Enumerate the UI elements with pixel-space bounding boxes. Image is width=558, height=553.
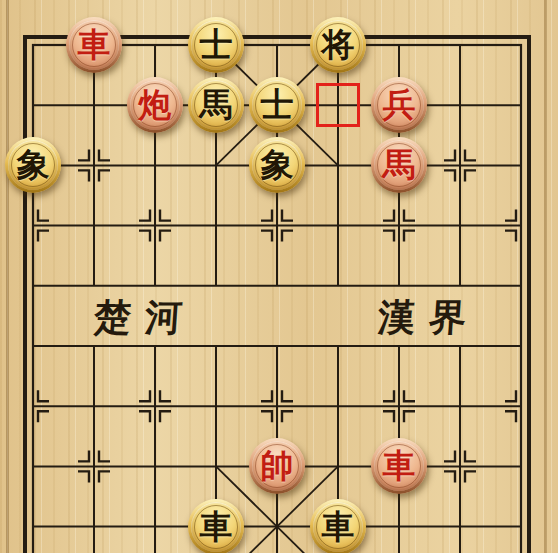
chariot-glyph: 車 bbox=[322, 510, 355, 544]
xiangqi-app: 楚河 漢界 車士将炮馬士兵象象馬帥車車車 bbox=[0, 0, 558, 553]
general-glyph: 帥 bbox=[261, 449, 294, 483]
chariot-glyph: 車 bbox=[78, 28, 111, 62]
horse-glyph: 馬 bbox=[200, 88, 233, 122]
piece-red-cannon[interactable]: 炮 bbox=[127, 77, 183, 133]
piece-red-chariot[interactable]: 車 bbox=[66, 17, 122, 73]
piece-black-horse[interactable]: 馬 bbox=[188, 77, 244, 133]
piece-black-general[interactable]: 将 bbox=[310, 17, 366, 73]
advisor-glyph: 士 bbox=[261, 88, 294, 122]
river-label-right: 漢界 bbox=[377, 299, 482, 337]
chariot-glyph: 車 bbox=[383, 449, 416, 483]
cannon-glyph: 炮 bbox=[139, 88, 172, 122]
piece-red-general[interactable]: 帥 bbox=[249, 438, 305, 494]
piece-red-chariot[interactable]: 車 bbox=[371, 438, 427, 494]
piece-red-horse[interactable]: 馬 bbox=[371, 137, 427, 193]
piece-black-chariot[interactable]: 車 bbox=[188, 499, 244, 553]
piece-black-elephant[interactable]: 象 bbox=[249, 137, 305, 193]
piece-black-elephant[interactable]: 象 bbox=[5, 137, 61, 193]
piece-red-soldier[interactable]: 兵 bbox=[371, 77, 427, 133]
elephant-glyph: 象 bbox=[17, 148, 50, 182]
piece-black-chariot[interactable]: 車 bbox=[310, 499, 366, 553]
piece-black-advisor[interactable]: 士 bbox=[249, 77, 305, 133]
last-move-highlight bbox=[316, 83, 360, 127]
elephant-glyph: 象 bbox=[261, 148, 294, 182]
horse-glyph: 馬 bbox=[383, 148, 416, 182]
advisor-glyph: 士 bbox=[200, 28, 233, 62]
river-label-left: 楚河 bbox=[93, 299, 198, 337]
chariot-glyph: 車 bbox=[200, 510, 233, 544]
piece-black-advisor[interactable]: 士 bbox=[188, 17, 244, 73]
soldier-glyph: 兵 bbox=[383, 88, 416, 122]
general-glyph: 将 bbox=[322, 28, 355, 62]
